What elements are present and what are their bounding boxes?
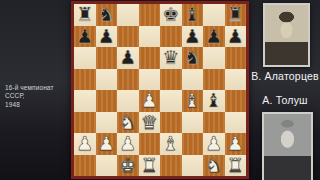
black-player-name: А. Толуш [250,94,320,106]
white-pawn-piece: ♟ [74,133,96,155]
square-d8 [139,4,161,26]
white-knight-piece: ♞ [203,155,225,177]
square-d2 [139,133,161,155]
square-c7 [117,26,139,48]
square-f7: ♟ [182,26,204,48]
square-f5 [182,69,204,91]
square-h6 [225,47,247,69]
black-knight-piece: ♞ [182,47,204,69]
square-b1 [96,155,118,177]
black-king-piece: ♚ [160,4,182,26]
square-g4: ♝ [203,90,225,112]
square-h7: ♟ [225,26,247,48]
black-pawn-piece: ♟ [203,26,225,48]
square-e2: ♝ [160,133,182,155]
event-caption: 16-й чемпионат СССР, 1948 [5,84,71,109]
white-pawn-piece: ♟ [96,133,118,155]
square-f8: ♝ [182,4,204,26]
square-f4: ♝ [182,90,204,112]
square-h8: ♜ [225,4,247,26]
square-g1: ♞ [203,155,225,177]
square-d6 [139,47,161,69]
square-b8: ♞ [96,4,118,26]
event-line-1: 16-й чемпионат СССР, [5,84,71,101]
square-a7: ♟ [74,26,96,48]
event-line-2: 1948 [5,101,71,109]
square-e6: ♛ [160,47,182,69]
square-d7 [139,26,161,48]
square-a8: ♜ [74,4,96,26]
square-h4 [225,90,247,112]
white-pawn-piece: ♟ [225,133,247,155]
square-e7 [160,26,182,48]
white-pawn-piece: ♟ [117,133,139,155]
square-a6 [74,47,96,69]
square-g6 [203,47,225,69]
square-b7: ♟ [96,26,118,48]
black-player-photo [262,112,313,180]
square-d4: ♟ [139,90,161,112]
square-a2: ♟ [74,133,96,155]
chess-board: ♜♞♚♝♜♟♟♟♟♟♟♛♞♟♝♝♞♛♟♟♟♝♟♟♚♜♞♜ [74,4,246,176]
square-b5 [96,69,118,91]
white-bishop-piece: ♝ [182,90,204,112]
square-a4 [74,90,96,112]
square-c1: ♚ [117,155,139,177]
white-rook-piece: ♜ [225,155,247,177]
square-d3: ♛ [139,112,161,134]
square-e8: ♚ [160,4,182,26]
square-a5 [74,69,96,91]
white-pawn-piece: ♟ [139,90,161,112]
square-f1 [182,155,204,177]
square-f3 [182,112,204,134]
black-rook-piece: ♜ [74,4,96,26]
video-frame: 16-й чемпионат СССР, 1948 ♜♞♚♝♜♟♟♟♟♟♟♛♞♟… [0,0,320,180]
square-c4 [117,90,139,112]
white-bishop-piece: ♝ [160,133,182,155]
square-e5 [160,69,182,91]
white-pawn-piece: ♟ [203,133,225,155]
square-d5 [139,69,161,91]
square-e4 [160,90,182,112]
black-pawn-piece: ♟ [74,26,96,48]
square-g5 [203,69,225,91]
white-rook-piece: ♜ [139,155,161,177]
white-player-name: В. Алаторцев [250,70,320,82]
square-h2: ♟ [225,133,247,155]
square-h3 [225,112,247,134]
square-b2: ♟ [96,133,118,155]
square-b6 [96,47,118,69]
square-d1: ♜ [139,155,161,177]
black-pawn-piece: ♟ [96,26,118,48]
square-g3 [203,112,225,134]
black-bishop-piece: ♝ [182,4,204,26]
square-c6: ♟ [117,47,139,69]
square-c2: ♟ [117,133,139,155]
chess-board-frame: ♜♞♚♝♜♟♟♟♟♟♟♛♞♟♝♝♞♛♟♟♟♝♟♟♚♜♞♜ [71,1,249,179]
square-a3 [74,112,96,134]
white-queen-piece: ♛ [139,112,161,134]
square-e1 [160,155,182,177]
square-b3 [96,112,118,134]
white-knight-piece: ♞ [117,112,139,134]
black-knight-piece: ♞ [96,4,118,26]
square-g2: ♟ [203,133,225,155]
square-c5 [117,69,139,91]
square-f2 [182,133,204,155]
black-pawn-piece: ♟ [117,47,139,69]
square-e3 [160,112,182,134]
black-pawn-piece: ♟ [225,26,247,48]
square-g7: ♟ [203,26,225,48]
square-b4 [96,90,118,112]
white-king-piece: ♚ [117,155,139,177]
black-pawn-piece: ♟ [182,26,204,48]
players-panel: В. Алаторцев А. Толуш [250,0,320,180]
square-f6: ♞ [182,47,204,69]
black-bishop-piece: ♝ [203,90,225,112]
square-c8 [117,4,139,26]
square-h5 [225,69,247,91]
square-g8 [203,4,225,26]
black-rook-piece: ♜ [225,4,247,26]
black-queen-piece: ♛ [160,47,182,69]
white-player-photo [263,3,310,67]
square-h1: ♜ [225,155,247,177]
square-a1 [74,155,96,177]
square-c3: ♞ [117,112,139,134]
